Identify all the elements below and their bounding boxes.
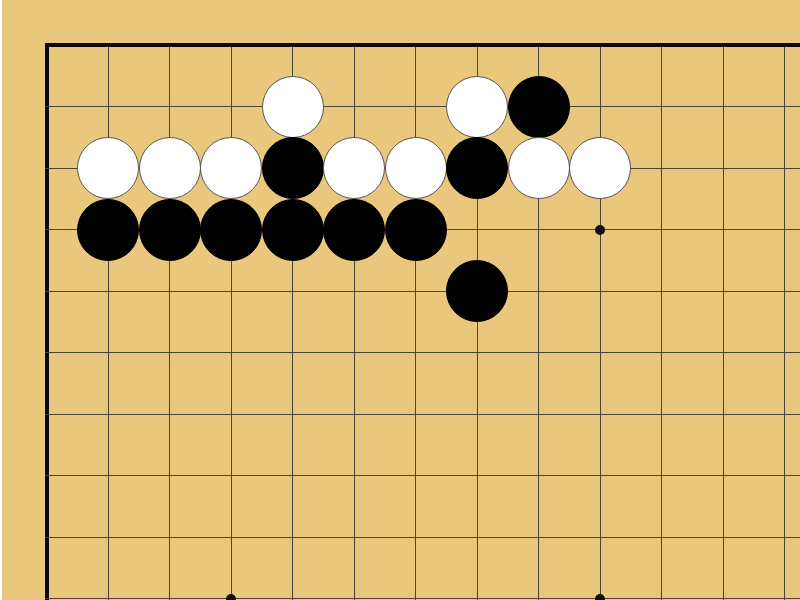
stones-grid (16, 14, 800, 600)
black-stone (262, 137, 324, 199)
black-stone (262, 199, 324, 261)
black-stone (200, 199, 262, 261)
black-stone (77, 199, 139, 261)
goban-board[interactable] (0, 0, 800, 600)
black-stone (508, 76, 570, 138)
white-stone (200, 137, 262, 199)
black-stone (446, 260, 508, 322)
white-stone (262, 76, 324, 138)
screen-edge-strip (0, 0, 2, 600)
white-stone (323, 137, 385, 199)
white-stone (139, 137, 201, 199)
white-stone (508, 137, 570, 199)
black-stone (385, 199, 447, 261)
white-stone (77, 137, 139, 199)
white-stone (385, 137, 447, 199)
white-stone (569, 137, 631, 199)
white-stone (446, 76, 508, 138)
black-stone (323, 199, 385, 261)
screenshot-root (0, 0, 800, 600)
black-stone (139, 199, 201, 261)
black-stone (446, 137, 508, 199)
